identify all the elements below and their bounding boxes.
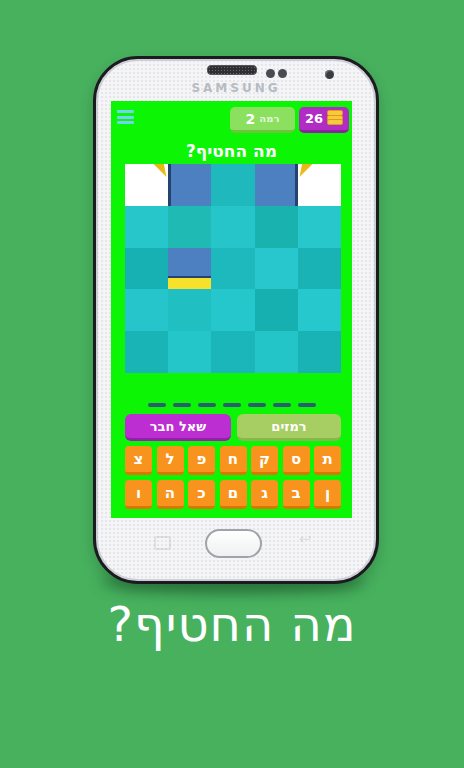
letter-key[interactable]: צ [125,446,152,475]
page-background: { "game": "hebrew-picture-word-quiz (gue… [0,0,464,768]
keyboard-row: תסקחפלצ [125,446,341,475]
sensor-dot-icon [325,70,334,79]
tile-grid [125,164,341,373]
puzzle-tile[interactable] [125,248,168,290]
puzzle-tile[interactable] [255,289,298,331]
puzzle-tile[interactable] [168,164,211,206]
menu-hamburger-icon[interactable] [117,110,134,127]
puzzle-tile[interactable] [298,164,341,206]
puzzle-tile[interactable] [168,331,211,373]
puzzle-tile[interactable] [255,206,298,248]
puzzle-tile[interactable] [168,289,211,331]
letter-key[interactable]: ן [314,480,341,509]
coins-count: 26 [305,111,323,126]
puzzle-tile[interactable] [168,248,211,290]
puzzle-tile[interactable] [298,289,341,331]
level-label: רמה [259,113,279,124]
letter-key[interactable]: ג [251,480,278,509]
puzzle-tile[interactable] [211,164,254,206]
puzzle-tile[interactable] [125,331,168,373]
letter-key[interactable]: פ [188,446,215,475]
answer-letter-slot [248,403,266,407]
answer-letter-slot [298,403,316,407]
puzzle-tile[interactable] [255,164,298,206]
answer-letter-slot [223,403,241,407]
letter-key[interactable]: ק [251,446,278,475]
letter-key[interactable]: ה [157,480,184,509]
puzzle-tile[interactable] [125,206,168,248]
level-badge: רמה 2 [230,107,295,133]
letter-key[interactable]: כ [188,480,215,509]
puzzle-tile[interactable] [255,248,298,290]
letter-key[interactable]: ח [220,446,247,475]
level-value: 2 [246,111,256,127]
letter-key[interactable]: ל [157,446,184,475]
recent-apps-softkey[interactable] [154,536,171,550]
letter-key[interactable]: ת [314,446,341,475]
back-softkey-icon[interactable]: ↪ [299,530,312,548]
puzzle-tile[interactable] [211,331,254,373]
letter-key[interactable]: ב [283,480,310,509]
keyboard-row: ןבגםכהו [125,480,341,509]
puzzle-tile[interactable] [298,331,341,373]
earpiece-speaker [207,65,257,75]
letter-key[interactable]: ם [220,480,247,509]
puzzle-tile[interactable] [298,206,341,248]
coins-stack-icon [327,112,343,126]
letter-key[interactable]: ס [283,446,310,475]
front-camera-icon [266,69,275,78]
app-screen: רמה 2 26 מה החטיף? שאל חבר רמזים תסקחפלצ… [111,101,352,518]
answer-letter-slot [198,403,216,407]
phone-brand-logo: SAMSUNG [96,81,376,95]
home-button[interactable] [205,529,262,558]
puzzle-tile[interactable] [211,289,254,331]
puzzle-tile[interactable] [168,206,211,248]
puzzle-tile[interactable] [125,289,168,331]
puzzle-tile[interactable] [255,331,298,373]
proximity-sensor-icon [278,69,287,78]
letter-key[interactable]: ו [125,480,152,509]
letter-keyboard: תסקחפלצןבגםכהו [125,446,341,514]
samsung-phone: SAMSUNG רמה 2 26 מה החטיף? שאל חבר רמזים… [93,56,379,584]
puzzle-tile[interactable] [125,164,168,206]
answer-letter-slot [273,403,291,407]
puzzle-tile[interactable] [298,248,341,290]
puzzle-tile[interactable] [211,206,254,248]
question-text: מה החטיף? [111,141,352,161]
coins-badge[interactable]: 26 [299,107,349,133]
hints-button[interactable]: רמזים [237,414,341,441]
puzzle-tile[interactable] [211,248,254,290]
answer-letter-slot [148,403,166,407]
answer-dashes [111,403,352,407]
answer-letter-slot [173,403,191,407]
ask-friend-button[interactable]: שאל חבר [125,414,231,441]
marketing-caption: מה החטיף? [0,596,464,652]
